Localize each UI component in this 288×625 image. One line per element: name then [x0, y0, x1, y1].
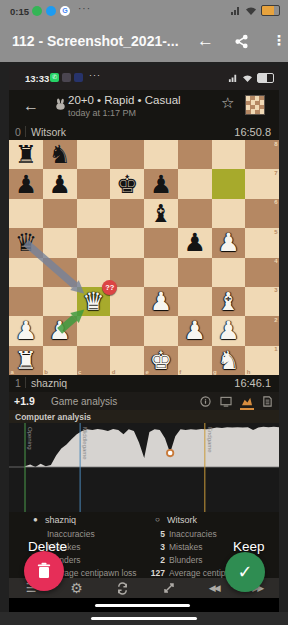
- square-h1[interactable]: 1h: [245, 346, 279, 375]
- back-icon[interactable]: ←: [197, 31, 214, 51]
- square-c5[interactable]: [77, 228, 111, 257]
- rank-label-4: 4: [274, 258, 277, 264]
- file-label-f: f: [179, 369, 181, 375]
- chart-tab-icon[interactable]: [241, 396, 253, 407]
- share-icon[interactable]: [234, 34, 249, 53]
- battery-icon-inner: [257, 73, 274, 83]
- square-e2[interactable]: [144, 316, 178, 345]
- file-label-e: e: [146, 369, 149, 375]
- square-a7[interactable]: ♟: [9, 169, 43, 198]
- square-d2[interactable]: [110, 316, 144, 345]
- white-pawn-g2[interactable]: ♟: [212, 316, 246, 345]
- wifi-icon: [245, 6, 257, 16]
- app-notification-icon2: [74, 73, 83, 82]
- fullscreen-expand-icon[interactable]: [163, 582, 175, 594]
- square-c6[interactable]: [77, 199, 111, 228]
- game-analysis-label: Game analysis: [51, 396, 117, 407]
- board-view-icon[interactable]: [220, 396, 232, 407]
- square-a2[interactable]: ♟: [9, 316, 43, 345]
- white-rook-a1[interactable]: ♜: [9, 346, 43, 375]
- svg-text:Opening: Opening: [27, 427, 33, 450]
- square-g6[interactable]: [212, 199, 246, 228]
- square-a8[interactable]: ♜: [9, 140, 43, 169]
- white-pawn-b2[interactable]: ♟: [43, 316, 77, 345]
- square-b5[interactable]: [43, 228, 77, 257]
- screenshot-image[interactable]: 13:33 ✆ ··· ← 20+0 • Rapid • Casual toda…: [9, 66, 279, 612]
- white-king-e1[interactable]: ♚: [144, 346, 178, 375]
- inner-gesture-bar: [9, 598, 279, 612]
- player-row-bottom: 1 shazniq 16:46.1: [9, 375, 279, 391]
- square-g3[interactable]: ♝: [212, 287, 246, 316]
- black-rook-a8[interactable]: ♜: [9, 140, 43, 169]
- rank-label-2: 2: [274, 317, 277, 323]
- square-h5[interactable]: 5: [245, 228, 279, 257]
- square-a5[interactable]: ♛: [9, 228, 43, 257]
- gallery-title-bar: 112 - Screenshot_2021-... ← ⋮: [0, 24, 288, 62]
- square-e4[interactable]: [144, 258, 178, 287]
- moves-book-icon[interactable]: [262, 396, 273, 407]
- filled-circle-icon: ●: [33, 515, 38, 524]
- outer-status-bar: 0:15 G ···: [0, 0, 288, 24]
- wifi-icon-inner: [242, 74, 253, 83]
- game-meta-title: 20+0 • Rapid • Casual: [68, 94, 181, 106]
- white-bishop-g3[interactable]: ♝: [212, 287, 246, 316]
- square-a4[interactable]: [9, 258, 43, 287]
- square-f8[interactable]: [178, 140, 212, 169]
- rank-label-3: 3: [274, 287, 277, 293]
- square-c8[interactable]: [77, 140, 111, 169]
- summary-right-name: Witsork: [167, 515, 197, 525]
- google-notification-icon: G: [60, 6, 70, 16]
- keep-button[interactable]: ✓: [225, 552, 265, 592]
- square-f6[interactable]: [178, 199, 212, 228]
- app-back-icon[interactable]: ←: [23, 97, 39, 115]
- square-h6[interactable]: 6: [245, 199, 279, 228]
- overflow-menu-icon[interactable]: ⋮: [272, 32, 286, 48]
- delete-button[interactable]: [24, 551, 64, 591]
- square-f7[interactable]: [178, 169, 212, 198]
- board-grid: ♜♞8♟♟♚♟7♝6♛♟♟54♛♟♝3♟♟♟♟2♜abcd♚ef♞g1h: [9, 140, 279, 375]
- outer-clock: 0:15: [10, 6, 29, 17]
- square-f3[interactable]: [178, 287, 212, 316]
- board-thumbnail-icon[interactable]: [245, 95, 265, 115]
- outer-gesture-bar: [0, 612, 288, 625]
- file-label-c: c: [78, 369, 81, 375]
- app-notification-icon: [62, 73, 71, 82]
- file-label-g: g: [213, 369, 217, 375]
- square-h4[interactable]: 4: [245, 258, 279, 287]
- signal-icon-inner: [228, 73, 238, 83]
- evaluation-graph[interactable]: OpeningMiddlegameEndgame: [9, 423, 279, 512]
- square-g5[interactable]: ♟: [212, 228, 246, 257]
- player-top-name: Witsork: [31, 126, 66, 138]
- rank-label-6: 6: [274, 199, 277, 205]
- twitter-notification-icon: [46, 6, 56, 16]
- square-b7[interactable]: ♟: [43, 169, 77, 198]
- square-e5[interactable]: [144, 228, 178, 257]
- chess-board[interactable]: ♜♞8♟♟♚♟7♝6♛♟♟54♛♟♝3♟♟♟♟2♜abcd♚ef♞g1h ??: [9, 140, 279, 375]
- gallery-image-title: 112 - Screenshot_2021-...: [12, 33, 192, 49]
- computer-analysis-header: Computer analysis: [9, 410, 279, 423]
- messenger-notification-icon: [32, 6, 42, 16]
- square-a1[interactable]: ♜a: [9, 346, 43, 375]
- square-b2[interactable]: ♟: [43, 316, 77, 345]
- settings-gear-icon[interactable]: ⚙: [70, 581, 83, 595]
- square-a3[interactable]: [9, 287, 43, 316]
- rank-label-1: 1: [274, 346, 277, 352]
- square-b8[interactable]: ♞: [43, 140, 77, 169]
- game-date: today at 1:17 PM: [68, 108, 136, 118]
- black-pawn-b7[interactable]: ♟: [43, 169, 77, 198]
- game-header: ← 20+0 • Rapid • Casual today at 1:17 PM…: [9, 90, 279, 124]
- black-queen-a5[interactable]: ♛: [9, 228, 43, 257]
- whatsapp-notification-icon: ✆: [50, 73, 59, 82]
- gallery-chrome: 0:15 G ··· 112 - Screenshot_2021-... ← ⋮: [0, 0, 288, 62]
- phone-screen: 0:15 G ··· 112 - Screenshot_2021-... ← ⋮: [0, 0, 288, 625]
- white-pawn-f2[interactable]: ♟: [178, 316, 212, 345]
- inner-clock: 13:33: [25, 73, 49, 84]
- square-d5[interactable]: [110, 228, 144, 257]
- check-icon: ✓: [237, 561, 252, 583]
- svg-text:Endgame: Endgame: [207, 427, 213, 453]
- square-f4[interactable]: [178, 258, 212, 287]
- rank-label-8: 8: [274, 141, 277, 147]
- rapid-icon: [55, 96, 66, 114]
- square-h8[interactable]: 8: [245, 140, 279, 169]
- file-label-d: d: [112, 369, 116, 375]
- rank-label-5: 5: [274, 229, 277, 235]
- analysis-bar: +1.9 Game analysis: [9, 392, 279, 411]
- file-label-h: h: [247, 369, 251, 375]
- square-a6[interactable]: [9, 199, 43, 228]
- file-label-a: a: [11, 369, 14, 375]
- square-b4[interactable]: [43, 258, 77, 287]
- square-e8[interactable]: [144, 140, 178, 169]
- black-king-d7[interactable]: ♚: [110, 169, 144, 198]
- player-row-top: 0 Witsork 16:50.8: [9, 124, 279, 140]
- battery-icon: [261, 5, 280, 16]
- black-pawn-a7[interactable]: ♟: [9, 169, 43, 198]
- square-c1[interactable]: c: [77, 346, 111, 375]
- square-f2[interactable]: ♟: [178, 316, 212, 345]
- black-pawn-f5[interactable]: ♟: [178, 228, 212, 257]
- player-bottom-score: 1: [15, 377, 21, 389]
- square-e7[interactable]: ♟: [144, 169, 178, 198]
- white-pawn-g5[interactable]: ♟: [212, 228, 246, 257]
- square-d8[interactable]: [110, 140, 144, 169]
- square-g1[interactable]: ♞g: [212, 346, 246, 375]
- player-bottom-name: shazniq: [31, 377, 67, 389]
- square-d1[interactable]: d: [110, 346, 144, 375]
- black-pawn-e7[interactable]: ♟: [144, 169, 178, 198]
- player-bottom-clock: 16:46.1: [234, 377, 271, 389]
- square-d6[interactable]: [110, 199, 144, 228]
- square-h2[interactable]: 2: [245, 316, 279, 345]
- black-bishop-e6[interactable]: ♝: [144, 199, 178, 228]
- square-f5[interactable]: ♟: [178, 228, 212, 257]
- more-notifications-dots: ···: [78, 3, 91, 14]
- square-b3[interactable]: [43, 287, 77, 316]
- rewind-icon[interactable]: ◀◀: [209, 584, 219, 593]
- evaluation-value: +1.9: [14, 395, 35, 407]
- info-icon[interactable]: [200, 396, 211, 407]
- square-e3[interactable]: ♟: [144, 287, 178, 316]
- black-knight-b8[interactable]: ♞: [43, 140, 77, 169]
- square-c2[interactable]: [77, 316, 111, 345]
- summary-left-name: shazniq: [45, 515, 76, 525]
- more-notifications-dots-inner: ···: [89, 70, 101, 80]
- white-pawn-e3[interactable]: ♟: [144, 287, 178, 316]
- svg-text:Middlegame: Middlegame: [82, 427, 88, 460]
- square-b6[interactable]: [43, 199, 77, 228]
- square-h3[interactable]: 3: [245, 287, 279, 316]
- player-top-clock: 16:50.8: [234, 126, 271, 138]
- white-pawn-a2[interactable]: ♟: [9, 316, 43, 345]
- flip-board-icon[interactable]: [116, 582, 129, 595]
- trash-icon: [36, 562, 52, 580]
- inner-status-bar: 13:33 ✆ ···: [9, 66, 279, 90]
- square-g8[interactable]: [212, 140, 246, 169]
- square-g4[interactable]: [212, 258, 246, 287]
- signal-icon: [230, 5, 241, 16]
- bookmark-star-icon[interactable]: ☆: [221, 94, 234, 112]
- square-h7[interactable]: 7: [245, 169, 279, 198]
- square-b1[interactable]: b: [43, 346, 77, 375]
- outline-circle-icon: ○: [155, 515, 160, 524]
- square-g2[interactable]: ♟: [212, 316, 246, 345]
- square-d7[interactable]: ♚: [110, 169, 144, 198]
- square-g7[interactable]: [212, 169, 246, 198]
- file-label-b: b: [44, 369, 48, 375]
- square-e1[interactable]: ♚e: [144, 346, 178, 375]
- square-e6[interactable]: ♝: [144, 199, 178, 228]
- rank-label-7: 7: [274, 170, 277, 176]
- square-c7[interactable]: [77, 169, 111, 198]
- player-top-score: 0: [15, 126, 21, 138]
- square-f1[interactable]: f: [178, 346, 212, 375]
